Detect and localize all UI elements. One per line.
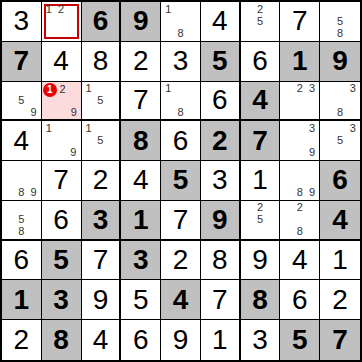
- pencil-mark: 8: [294, 226, 306, 238]
- cell-r4c3[interactable]: 15: [82, 121, 122, 161]
- cell-r5c5[interactable]: 5: [161, 161, 201, 201]
- pencil-marks: 12: [43, 3, 80, 40]
- pencil-marks: 28: [281, 202, 318, 238]
- pencil-mark: 1: [162, 3, 174, 15]
- given-digit: 3: [53, 286, 69, 314]
- cell-r3c7[interactable]: 4: [241, 82, 281, 122]
- solved-digit: 1: [332, 246, 348, 274]
- solved-digit: 2: [133, 47, 149, 75]
- cell-r4c2[interactable]: 19: [42, 121, 82, 161]
- given-digit: 7: [332, 326, 348, 354]
- pencil-marks: 25: [242, 3, 279, 40]
- solved-digit: 6: [53, 206, 69, 234]
- solved-digit: 3: [173, 47, 189, 75]
- given-digit: 8: [53, 326, 69, 354]
- given-digit: 1: [292, 47, 308, 75]
- solved-digit: 6: [14, 246, 30, 274]
- cell-r1c8[interactable]: 7: [280, 2, 320, 42]
- cell-r7c3[interactable]: 7: [82, 241, 122, 281]
- solved-digit: 8: [212, 246, 228, 274]
- given-digit: 1: [133, 206, 149, 234]
- pencil-mark: 2: [55, 3, 67, 15]
- solved-digit: 2: [173, 246, 189, 274]
- given-digit: 1: [14, 286, 30, 314]
- pencil-mark: 8: [334, 28, 347, 40]
- given-digit: 4: [332, 206, 348, 234]
- solved-digit: 6: [133, 326, 149, 354]
- pencil-mark: 9: [67, 147, 79, 159]
- cell-r6c5[interactable]: 7: [161, 201, 201, 241]
- given-digit: 9: [212, 206, 228, 234]
- solved-digit: 7: [173, 206, 189, 234]
- cell-r2c3[interactable]: 8: [82, 42, 122, 82]
- cell-r1c1[interactable]: 3: [2, 2, 42, 42]
- cell-r2c7[interactable]: 6: [241, 42, 281, 82]
- cell-r2c9[interactable]: 9: [320, 42, 360, 82]
- given-digit: 5: [212, 47, 228, 75]
- pencil-mark: 9: [306, 147, 318, 159]
- given-digit: 5: [173, 166, 189, 194]
- pencil-mark: 2: [57, 83, 68, 97]
- pencil-marks: 35: [321, 122, 359, 159]
- cell-r5c6[interactable]: 3: [201, 161, 241, 201]
- pencil-marks: 38: [321, 83, 359, 119]
- pencil-marks: 18: [162, 83, 199, 119]
- cell-r8c4[interactable]: 5: [121, 280, 161, 320]
- solved-digit: 2: [93, 166, 109, 194]
- solved-digit: 6: [252, 47, 268, 75]
- cell-r7c9[interactable]: 1: [320, 241, 360, 281]
- cell-r2c1[interactable]: 7: [2, 42, 42, 82]
- cell-r4c8[interactable]: 39: [280, 121, 320, 161]
- pencil-mark: 5: [254, 214, 266, 226]
- cell-r6c3[interactable]: 3: [82, 201, 122, 241]
- solved-digit: 3: [212, 166, 228, 194]
- cell-r5c7[interactable]: 1: [241, 161, 281, 201]
- pencil-mark: 8: [15, 187, 27, 199]
- pencil-mark: 5: [334, 135, 347, 147]
- cell-r1c6[interactable]: 4: [201, 2, 241, 42]
- cell-r3c1[interactable]: 59: [2, 82, 42, 122]
- solved-digit: 9: [93, 286, 109, 314]
- cell-r8c1[interactable]: 1: [2, 280, 42, 320]
- solved-digit: 5: [133, 286, 149, 314]
- cell-r4c1[interactable]: 4: [2, 121, 42, 161]
- solved-digit: 9: [252, 246, 268, 274]
- cell-r6c1[interactable]: 58: [2, 201, 42, 241]
- pencil-marks: 18: [162, 3, 199, 40]
- solved-digit: 9: [173, 326, 189, 354]
- cell-r3c3[interactable]: 15: [82, 82, 122, 122]
- solved-digit: 4: [133, 166, 149, 194]
- cell-r3c9[interactable]: 38: [320, 82, 360, 122]
- cell-r8c3[interactable]: 9: [82, 280, 122, 320]
- cell-r9c9[interactable]: 7: [320, 320, 360, 360]
- cell-r8c9[interactable]: 2: [320, 280, 360, 320]
- pencil-mark: 8: [174, 106, 186, 118]
- cell-r4c7[interactable]: 7: [241, 121, 281, 161]
- pencil-mark: 3: [306, 83, 318, 95]
- given-digit: 3: [93, 206, 109, 234]
- given-digit: 7: [252, 127, 268, 155]
- pencil-marks: 39: [281, 122, 318, 159]
- given-digit: 6: [332, 166, 348, 194]
- cell-r6c7[interactable]: 25: [241, 201, 281, 241]
- pencil-mark: 5: [94, 94, 106, 106]
- solved-digit: 4: [93, 326, 109, 354]
- pencil-mark: 2: [294, 83, 306, 95]
- cell-r8c2[interactable]: 3: [42, 280, 82, 320]
- solved-digit: 7: [93, 246, 109, 274]
- circled-pencil-mark: 1: [43, 83, 57, 97]
- solved-digit: 3: [252, 326, 268, 354]
- cell-r1c4[interactable]: 9: [121, 2, 161, 42]
- cell-r5c4[interactable]: 4: [121, 161, 161, 201]
- cell-r7c1[interactable]: 6: [2, 241, 42, 281]
- solved-digit: 4: [292, 246, 308, 274]
- cell-r1c9[interactable]: 58: [320, 2, 360, 42]
- pencil-marks: 58: [3, 202, 40, 238]
- given-digit: 7: [14, 47, 30, 75]
- pencil-mark: 2: [294, 202, 306, 214]
- given-digit: 2: [212, 127, 228, 155]
- pencil-marks: 59: [3, 83, 40, 119]
- cell-r7c7[interactable]: 9: [241, 241, 281, 281]
- cell-r9c8[interactable]: 5: [280, 320, 320, 360]
- cell-r1c7[interactable]: 25: [241, 2, 281, 42]
- cell-r7c2[interactable]: 5: [42, 241, 82, 281]
- pencil-mark: 8: [174, 28, 186, 40]
- solved-digit: 4: [212, 7, 228, 35]
- solved-digit: 3: [14, 7, 30, 35]
- cell-r2c4[interactable]: 2: [121, 42, 161, 82]
- cell-r1c5[interactable]: 18: [161, 2, 201, 42]
- cell-r8c6[interactable]: 7: [201, 280, 241, 320]
- pencil-mark: 5: [334, 15, 347, 27]
- cell-r9c6[interactable]: 1: [201, 320, 241, 360]
- pencil-mark: 3: [306, 122, 318, 134]
- cell-r9c5[interactable]: 9: [161, 320, 201, 360]
- solved-digit: 2: [332, 286, 348, 314]
- cell-r7c5[interactable]: 2: [161, 241, 201, 281]
- given-digit: 9: [133, 7, 149, 35]
- pencil-mark: 1: [162, 83, 174, 95]
- pencil-mark: 9: [28, 187, 40, 199]
- pencil-mark: 5: [15, 94, 27, 106]
- cell-r6c9[interactable]: 4: [320, 201, 360, 241]
- cell-r5c8[interactable]: 89: [280, 161, 320, 201]
- cell-r5c9[interactable]: 6: [320, 161, 360, 201]
- pencil-mark: 5: [94, 135, 106, 147]
- given-digit: 4: [252, 86, 268, 114]
- cell-r4c4[interactable]: 8: [121, 121, 161, 161]
- solved-digit: 7: [212, 286, 228, 314]
- cell-r8c5[interactable]: 4: [161, 280, 201, 320]
- solved-digit: 1: [212, 326, 228, 354]
- cell-r9c4[interactable]: 6: [121, 320, 161, 360]
- given-digit: 9: [332, 47, 348, 75]
- pencil-marks: 89: [3, 162, 40, 199]
- pencil-marks: 89: [281, 162, 318, 199]
- cell-r9c1[interactable]: 2: [2, 320, 42, 360]
- solved-digit: 7: [292, 7, 308, 35]
- solved-digit: 6: [173, 127, 189, 155]
- given-digit: 4: [173, 286, 189, 314]
- cell-r1c3[interactable]: 6: [82, 2, 122, 42]
- cell-r9c3[interactable]: 4: [82, 320, 122, 360]
- pencil-marks: 15: [83, 122, 119, 159]
- cell-r8c7[interactable]: 8: [241, 280, 281, 320]
- given-digit: 8: [252, 286, 268, 314]
- given-digit: 5: [292, 326, 308, 354]
- cell-r6c8[interactable]: 28: [280, 201, 320, 241]
- cell-r5c3[interactable]: 2: [82, 161, 122, 201]
- pencil-marks: 23: [281, 83, 318, 119]
- cell-r7c4[interactable]: 3: [121, 241, 161, 281]
- cell-r7c6[interactable]: 8: [201, 241, 241, 281]
- pencil-mark: 1: [83, 83, 95, 95]
- solved-digit: 1: [252, 166, 268, 194]
- pencil-mark: 1: [43, 122, 55, 134]
- pencil-mark: 2: [254, 202, 266, 214]
- sudoku-board: 3126918425758748235619591291571864233841…: [0, 0, 362, 362]
- pencil-marks: 15: [83, 83, 119, 119]
- solved-digit: 4: [53, 47, 69, 75]
- pencil-mark: 8: [334, 106, 347, 118]
- cell-r3c8[interactable]: 23: [280, 82, 320, 122]
- given-digit: 5: [53, 246, 69, 274]
- cell-r9c7[interactable]: 3: [241, 320, 281, 360]
- given-digit: 3: [133, 246, 149, 274]
- pencil-mark: 9: [28, 106, 40, 118]
- pencil-mark: 1: [43, 3, 55, 15]
- pencil-mark: 9: [306, 187, 318, 199]
- pencil-mark: 5: [254, 15, 266, 27]
- given-digit: 8: [133, 127, 149, 155]
- solved-digit: 7: [133, 86, 149, 114]
- cell-r3c2[interactable]: 129: [42, 82, 82, 122]
- pencil-marks: 25: [242, 202, 279, 238]
- cell-r3c4[interactable]: 7: [121, 82, 161, 122]
- cell-r4c5[interactable]: 6: [161, 121, 201, 161]
- cell-r4c6[interactable]: 2: [201, 121, 241, 161]
- cell-r6c6[interactable]: 9: [201, 201, 241, 241]
- cell-r4c9[interactable]: 35: [320, 121, 360, 161]
- pencil-marks: 58: [321, 3, 359, 40]
- pencil-mark: 2: [254, 3, 266, 15]
- solved-digit: 8: [93, 47, 109, 75]
- solved-digit: 7: [53, 166, 69, 194]
- pencil-mark: 8: [15, 226, 27, 238]
- cell-r3c6[interactable]: 6: [201, 82, 241, 122]
- cell-r2c6[interactable]: 5: [201, 42, 241, 82]
- pencil-mark: 5: [15, 214, 27, 226]
- given-digit: 6: [93, 7, 109, 35]
- cell-r1c2[interactable]: 12: [42, 2, 82, 42]
- cell-r9c2[interactable]: 8: [42, 320, 82, 360]
- cell-r7c8[interactable]: 4: [280, 241, 320, 281]
- cell-r6c2[interactable]: 6: [42, 201, 82, 241]
- pencil-mark: 3: [346, 122, 359, 134]
- solved-digit: 2: [14, 326, 30, 354]
- cell-r2c8[interactable]: 1: [280, 42, 320, 82]
- cell-r5c1[interactable]: 89: [2, 161, 42, 201]
- solved-digit: 4: [14, 127, 30, 155]
- pencil-marks: 129: [43, 83, 80, 119]
- pencil-mark: 1: [83, 122, 95, 134]
- pencil-mark: 3: [346, 83, 359, 95]
- cell-r2c2[interactable]: 4: [42, 42, 82, 82]
- cell-r2c5[interactable]: 3: [161, 42, 201, 82]
- solved-digit: 6: [212, 86, 228, 114]
- cell-r3c5[interactable]: 18: [161, 82, 201, 122]
- pencil-mark: 8: [294, 187, 306, 199]
- pencil-marks: 19: [43, 122, 80, 159]
- solved-digit: 6: [292, 286, 308, 314]
- pencil-mark: 9: [68, 107, 79, 118]
- cell-r8c8[interactable]: 6: [280, 280, 320, 320]
- cell-r5c2[interactable]: 7: [42, 161, 82, 201]
- cell-r6c4[interactable]: 1: [121, 201, 161, 241]
